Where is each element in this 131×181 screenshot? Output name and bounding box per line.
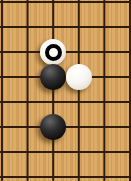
black-stone [40,114,66,140]
circle-marker [45,44,62,61]
go-board[interactable] [0,0,131,181]
black-stone [40,64,66,90]
board-grid [0,0,131,181]
white-stone [66,64,92,90]
white-stone [40,39,66,65]
